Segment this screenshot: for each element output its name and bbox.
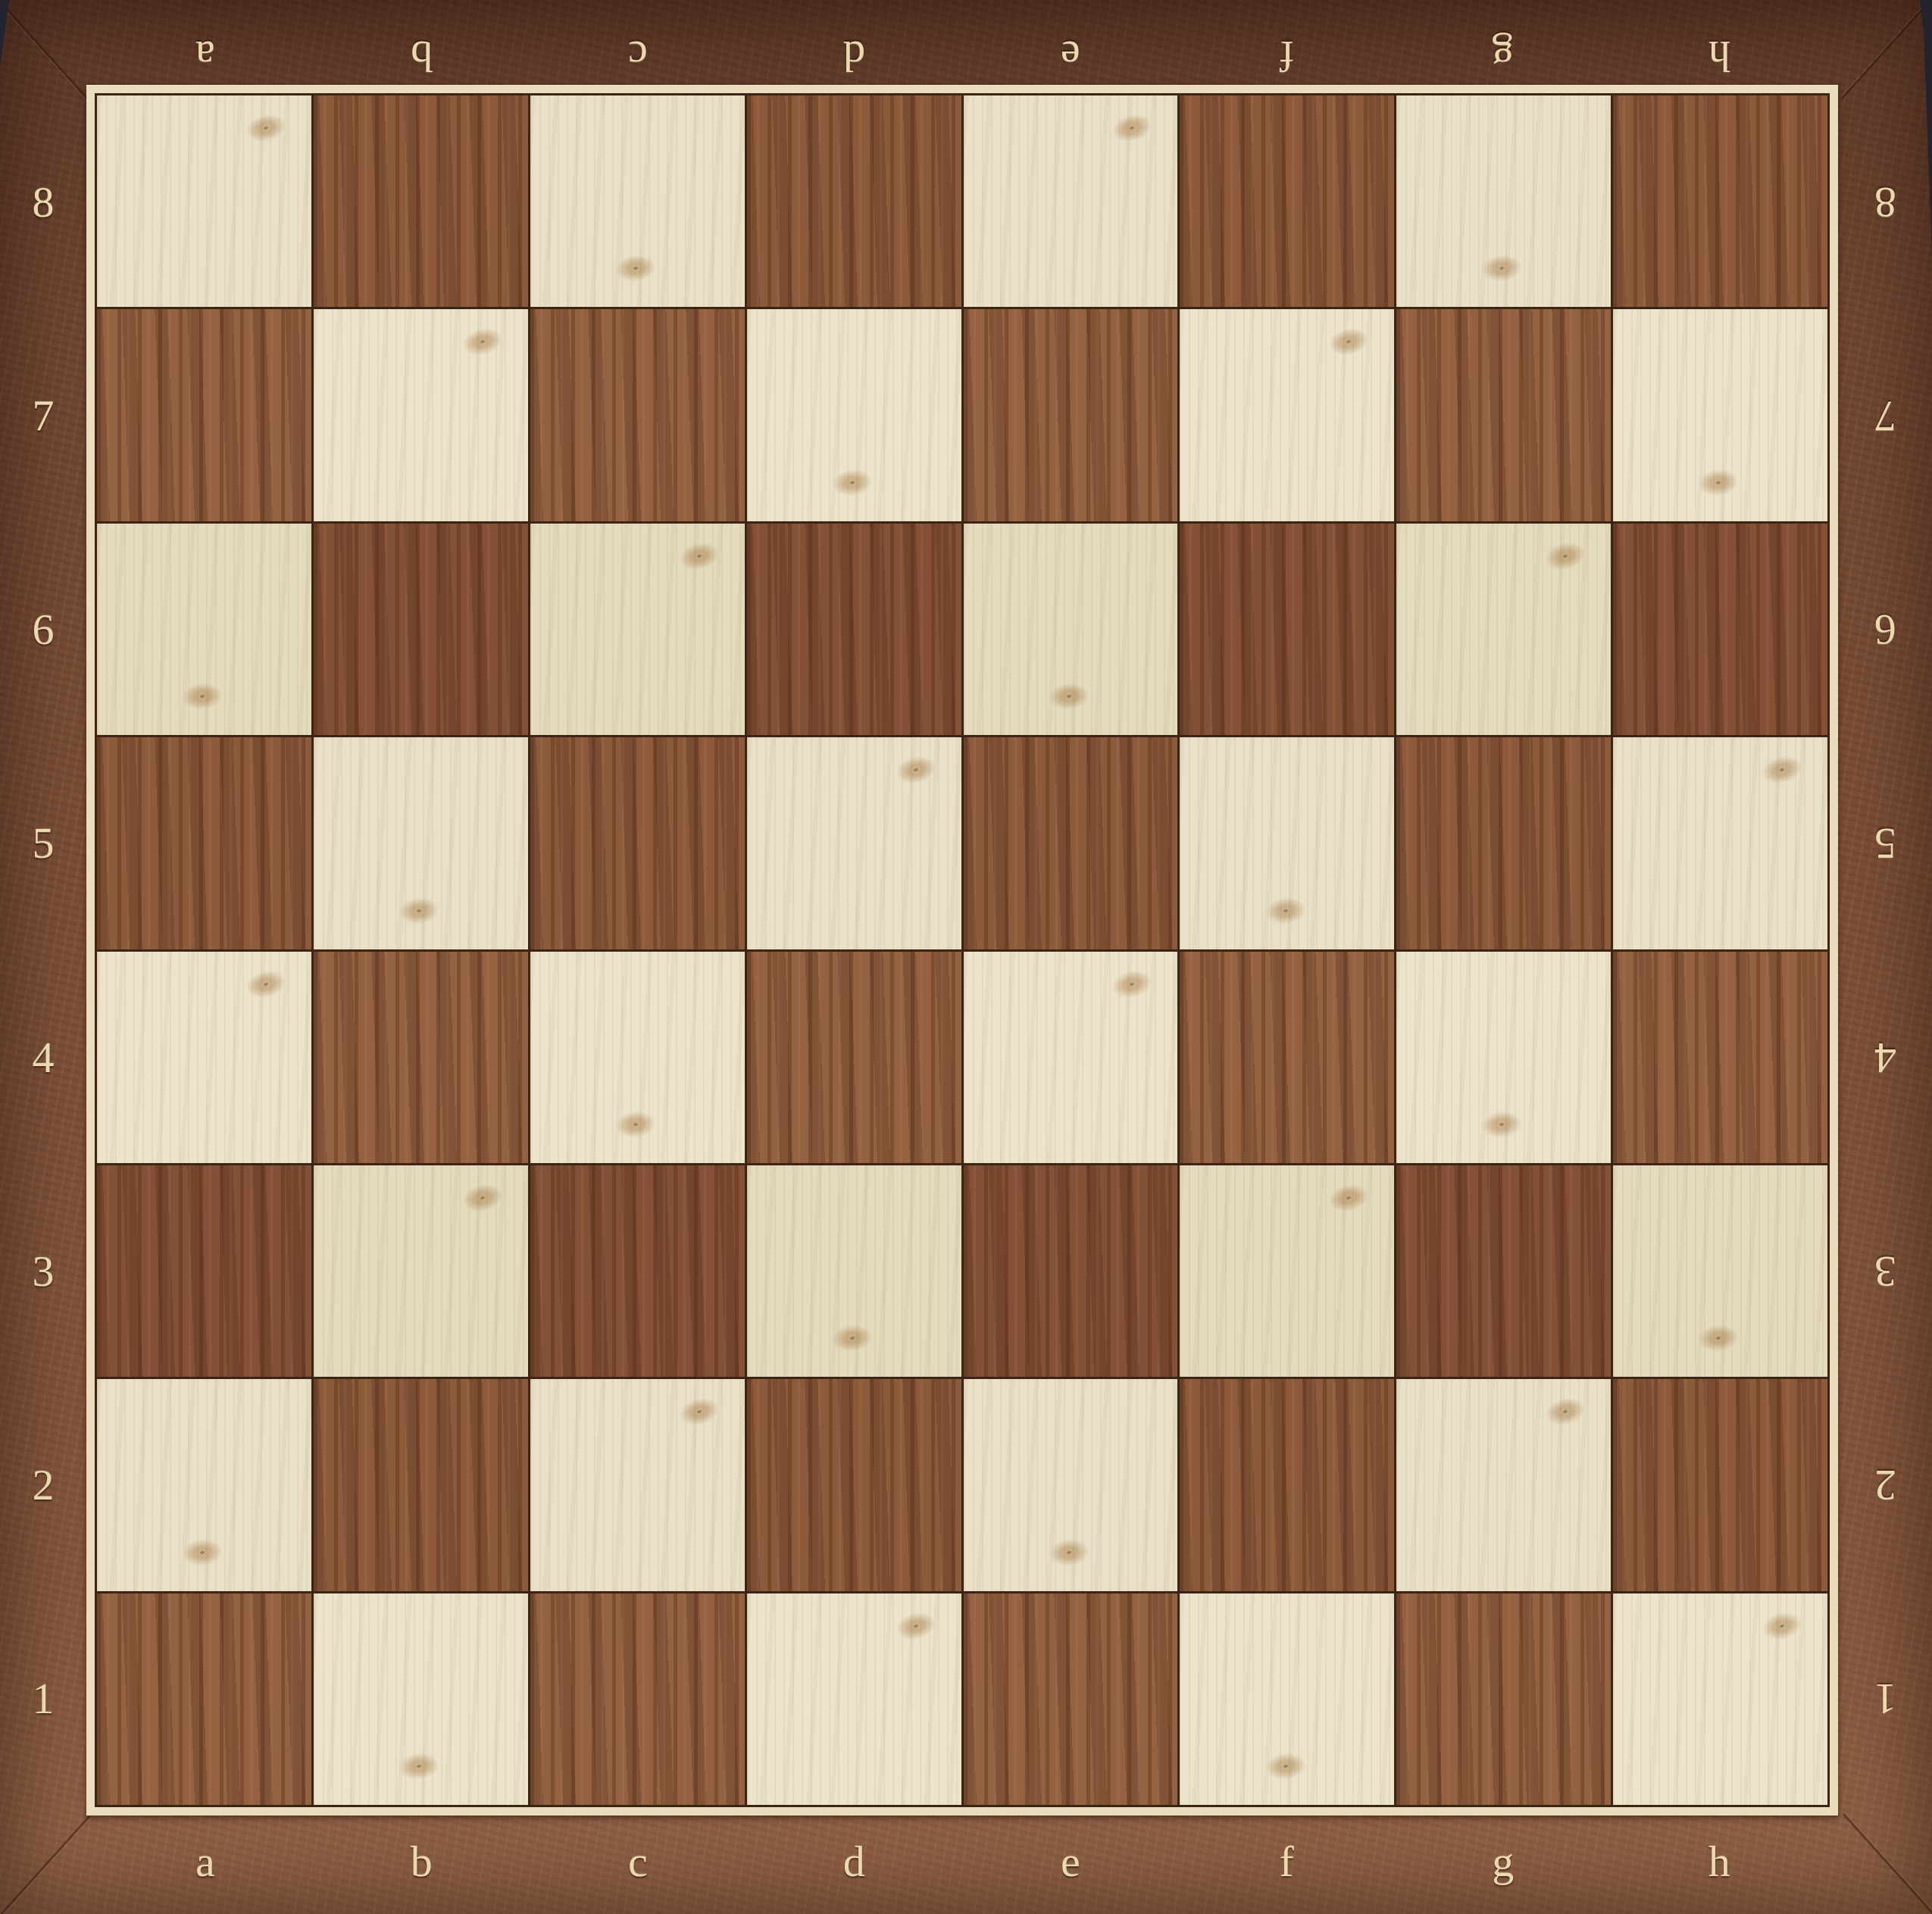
square-e7[interactable]	[964, 309, 1178, 521]
board-grid	[95, 93, 1830, 1807]
square-f4[interactable]	[1180, 952, 1394, 1163]
file-label-bottom-g: g	[1492, 1840, 1514, 1884]
square-e2[interactable]	[964, 1379, 1178, 1590]
square-g8[interactable]	[1396, 95, 1611, 307]
square-h1[interactable]	[1613, 1593, 1827, 1805]
square-b6[interactable]	[314, 524, 528, 735]
file-label-top-h: h	[1708, 34, 1730, 78]
square-g6[interactable]	[1396, 524, 1611, 735]
file-label-top-a: a	[195, 34, 215, 78]
file-label-bottom-e: e	[1061, 1840, 1080, 1884]
square-b7[interactable]	[314, 309, 528, 521]
square-f6[interactable]	[1180, 524, 1394, 735]
square-f5[interactable]	[1180, 737, 1394, 949]
square-h8[interactable]	[1613, 95, 1827, 307]
playing-field	[86, 85, 1838, 1815]
square-e3[interactable]	[964, 1165, 1178, 1377]
square-e5[interactable]	[964, 737, 1178, 949]
square-b4[interactable]	[314, 952, 528, 1163]
square-f1[interactable]	[1180, 1593, 1394, 1805]
square-c6[interactable]	[530, 524, 745, 735]
square-a8[interactable]	[97, 95, 311, 307]
square-a1[interactable]	[97, 1593, 311, 1805]
file-label-bottom-b: b	[411, 1840, 433, 1884]
rank-label-right-4: 4	[1874, 1036, 1896, 1080]
square-c4[interactable]	[530, 952, 745, 1163]
chessboard-photo: abcdefgh 87654321 87654321 abcdefgh	[0, 0, 1932, 1914]
square-g4[interactable]	[1396, 952, 1611, 1163]
square-c1[interactable]	[530, 1593, 745, 1805]
rank-labels-right: 87654321	[1838, 95, 1932, 1806]
square-f2[interactable]	[1180, 1379, 1394, 1590]
rank-label-left-2: 2	[33, 1463, 55, 1507]
rank-label-left-5: 5	[33, 821, 55, 865]
square-f7[interactable]	[1180, 309, 1394, 521]
square-d7[interactable]	[747, 309, 961, 521]
file-label-top-e: e	[1061, 34, 1080, 78]
file-label-bottom-c: c	[628, 1840, 648, 1884]
square-d8[interactable]	[747, 95, 961, 307]
square-b5[interactable]	[314, 737, 528, 949]
square-e6[interactable]	[964, 524, 1178, 735]
square-g2[interactable]	[1396, 1379, 1611, 1590]
rank-label-right-3: 3	[1874, 1249, 1896, 1293]
rank-label-right-8: 8	[1874, 180, 1896, 224]
file-label-top-g: g	[1492, 34, 1514, 78]
rank-labels-left: 87654321	[0, 95, 86, 1806]
rank-label-right-6: 6	[1874, 608, 1896, 652]
square-f8[interactable]	[1180, 95, 1394, 307]
square-b3[interactable]	[314, 1165, 528, 1377]
square-a3[interactable]	[97, 1165, 311, 1377]
square-d4[interactable]	[747, 952, 961, 1163]
square-a4[interactable]	[97, 952, 311, 1163]
rank-label-left-6: 6	[33, 608, 55, 652]
rank-label-left-4: 4	[33, 1036, 55, 1080]
square-c3[interactable]	[530, 1165, 745, 1377]
rank-label-left-3: 3	[33, 1249, 55, 1293]
square-a6[interactable]	[97, 524, 311, 735]
square-a7[interactable]	[97, 309, 311, 521]
square-e4[interactable]	[964, 952, 1178, 1163]
square-g3[interactable]	[1396, 1165, 1611, 1377]
square-d1[interactable]	[747, 1593, 961, 1805]
square-a2[interactable]	[97, 1379, 311, 1590]
square-h2[interactable]	[1613, 1379, 1827, 1590]
square-b1[interactable]	[314, 1593, 528, 1805]
file-labels-bottom: abcdefgh	[97, 1815, 1827, 1914]
square-d3[interactable]	[747, 1165, 961, 1377]
square-g1[interactable]	[1396, 1593, 1611, 1805]
file-label-bottom-d: d	[843, 1840, 865, 1884]
square-g7[interactable]	[1396, 309, 1611, 521]
file-label-bottom-h: h	[1708, 1840, 1730, 1884]
square-e8[interactable]	[964, 95, 1178, 307]
square-h6[interactable]	[1613, 524, 1827, 735]
file-label-top-d: d	[843, 34, 865, 78]
square-a5[interactable]	[97, 737, 311, 949]
square-e1[interactable]	[964, 1593, 1178, 1805]
rank-label-right-5: 5	[1874, 821, 1896, 865]
square-d6[interactable]	[747, 524, 961, 735]
rank-label-left-7: 7	[33, 394, 55, 438]
rank-label-left-1: 1	[33, 1677, 55, 1721]
square-b2[interactable]	[314, 1379, 528, 1590]
square-g5[interactable]	[1396, 737, 1611, 949]
square-h5[interactable]	[1613, 737, 1827, 949]
square-c5[interactable]	[530, 737, 745, 949]
square-f3[interactable]	[1180, 1165, 1394, 1377]
file-label-top-b: b	[411, 34, 433, 78]
rank-label-right-1: 1	[1874, 1677, 1896, 1721]
square-c7[interactable]	[530, 309, 745, 521]
file-labels-top: abcdefgh	[97, 0, 1827, 97]
square-h3[interactable]	[1613, 1165, 1827, 1377]
rank-label-left-8: 8	[33, 180, 55, 224]
file-label-top-c: c	[628, 34, 648, 78]
square-c8[interactable]	[530, 95, 745, 307]
file-label-top-f: f	[1280, 34, 1294, 78]
square-h7[interactable]	[1613, 309, 1827, 521]
square-h4[interactable]	[1613, 952, 1827, 1163]
square-b8[interactable]	[314, 95, 528, 307]
rank-label-right-2: 2	[1874, 1463, 1896, 1507]
file-label-bottom-f: f	[1280, 1840, 1294, 1884]
square-d2[interactable]	[747, 1379, 961, 1590]
square-c2[interactable]	[530, 1379, 745, 1590]
square-d5[interactable]	[747, 737, 961, 949]
file-label-bottom-a: a	[195, 1840, 215, 1884]
rank-label-right-7: 7	[1874, 394, 1896, 438]
